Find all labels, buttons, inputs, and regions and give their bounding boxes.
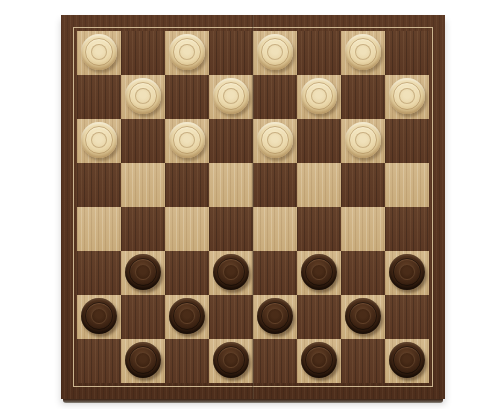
checker-piece-dark[interactable] (169, 298, 205, 334)
square-r6c3[interactable] (165, 251, 209, 295)
checker-piece-dark[interactable] (345, 298, 381, 334)
square-r1c6[interactable] (297, 31, 341, 75)
board-grid (77, 31, 429, 383)
square-r2c8[interactable] (385, 75, 429, 119)
square-r5c4[interactable] (209, 207, 253, 251)
square-r6c8[interactable] (385, 251, 429, 295)
square-r3c5[interactable] (253, 119, 297, 163)
square-r1c4[interactable] (209, 31, 253, 75)
checker-piece-cream[interactable] (257, 122, 293, 158)
square-r7c1[interactable] (77, 295, 121, 339)
square-r4c3[interactable] (165, 163, 209, 207)
square-r4c6[interactable] (297, 163, 341, 207)
square-r1c1[interactable] (77, 31, 121, 75)
square-r1c5[interactable] (253, 31, 297, 75)
square-r4c4[interactable] (209, 163, 253, 207)
square-r3c1[interactable] (77, 119, 121, 163)
checker-piece-cream[interactable] (257, 34, 293, 70)
checker-piece-cream[interactable] (213, 78, 249, 114)
square-r8c4[interactable] (209, 339, 253, 383)
square-r1c2[interactable] (121, 31, 165, 75)
square-r2c6[interactable] (297, 75, 341, 119)
checker-piece-dark[interactable] (257, 298, 293, 334)
square-r5c7[interactable] (341, 207, 385, 251)
checker-piece-dark[interactable] (213, 342, 249, 378)
square-r5c5[interactable] (253, 207, 297, 251)
square-r4c2[interactable] (121, 163, 165, 207)
product-photo (0, 0, 500, 409)
square-r2c4[interactable] (209, 75, 253, 119)
square-r3c2[interactable] (121, 119, 165, 163)
checker-piece-dark[interactable] (213, 254, 249, 290)
square-r4c8[interactable] (385, 163, 429, 207)
checker-piece-cream[interactable] (169, 34, 205, 70)
square-r8c1[interactable] (77, 339, 121, 383)
square-r6c2[interactable] (121, 251, 165, 295)
square-r4c5[interactable] (253, 163, 297, 207)
square-r7c4[interactable] (209, 295, 253, 339)
checker-piece-cream[interactable] (81, 122, 117, 158)
checker-piece-dark[interactable] (125, 254, 161, 290)
square-r8c8[interactable] (385, 339, 429, 383)
square-r7c7[interactable] (341, 295, 385, 339)
square-r5c3[interactable] (165, 207, 209, 251)
checkers-board (61, 15, 445, 399)
checker-piece-dark[interactable] (389, 342, 425, 378)
square-r2c3[interactable] (165, 75, 209, 119)
square-r8c5[interactable] (253, 339, 297, 383)
square-r2c7[interactable] (341, 75, 385, 119)
square-r5c1[interactable] (77, 207, 121, 251)
checker-piece-cream[interactable] (125, 78, 161, 114)
square-r7c2[interactable] (121, 295, 165, 339)
square-r8c6[interactable] (297, 339, 341, 383)
square-r7c5[interactable] (253, 295, 297, 339)
square-r3c6[interactable] (297, 119, 341, 163)
checker-piece-cream[interactable] (345, 34, 381, 70)
square-r1c8[interactable] (385, 31, 429, 75)
square-r8c3[interactable] (165, 339, 209, 383)
checker-piece-cream[interactable] (81, 34, 117, 70)
square-r5c2[interactable] (121, 207, 165, 251)
square-r6c6[interactable] (297, 251, 341, 295)
square-r4c7[interactable] (341, 163, 385, 207)
square-r8c2[interactable] (121, 339, 165, 383)
square-r2c5[interactable] (253, 75, 297, 119)
square-r2c2[interactable] (121, 75, 165, 119)
square-r6c1[interactable] (77, 251, 121, 295)
square-r6c4[interactable] (209, 251, 253, 295)
square-r3c4[interactable] (209, 119, 253, 163)
square-r2c1[interactable] (77, 75, 121, 119)
square-r7c8[interactable] (385, 295, 429, 339)
square-r4c1[interactable] (77, 163, 121, 207)
square-r3c3[interactable] (165, 119, 209, 163)
checker-piece-dark[interactable] (125, 342, 161, 378)
square-r7c3[interactable] (165, 295, 209, 339)
square-r6c5[interactable] (253, 251, 297, 295)
square-r7c6[interactable] (297, 295, 341, 339)
square-r1c3[interactable] (165, 31, 209, 75)
square-r5c8[interactable] (385, 207, 429, 251)
checker-piece-cream[interactable] (389, 78, 425, 114)
square-r3c8[interactable] (385, 119, 429, 163)
checker-piece-cream[interactable] (169, 122, 205, 158)
checker-piece-dark[interactable] (389, 254, 425, 290)
square-r8c7[interactable] (341, 339, 385, 383)
square-r5c6[interactable] (297, 207, 341, 251)
square-r6c7[interactable] (341, 251, 385, 295)
checker-piece-dark[interactable] (81, 298, 117, 334)
checker-piece-cream[interactable] (345, 122, 381, 158)
square-r3c7[interactable] (341, 119, 385, 163)
checker-piece-dark[interactable] (301, 254, 337, 290)
checker-piece-dark[interactable] (301, 342, 337, 378)
square-r1c7[interactable] (341, 31, 385, 75)
checker-piece-cream[interactable] (301, 78, 337, 114)
